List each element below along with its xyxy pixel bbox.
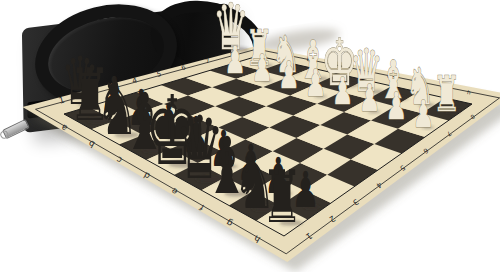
piece-black-rook-h1: ♜ xyxy=(261,155,303,240)
chess-board: aa11bb22cc33dd44ee55ff66gg77hh88♛♜♞♟♝♟♚♟… xyxy=(0,0,500,272)
label-rank-left-7: 7 xyxy=(205,57,211,65)
piece-white-pawn-e7: ♟ xyxy=(332,69,354,112)
piece-white-pawn-g7: ♟ xyxy=(386,85,408,128)
piece-white-pawn-f7: ♟ xyxy=(359,77,381,120)
chess-set-product-photo: aa11bb22cc33dd44ee55ff66gg77hh88♛♜♞♟♝♟♚♟… xyxy=(0,0,500,272)
piece-white-pawn-h7: ♟ xyxy=(412,92,434,135)
piece-white-pawn-d7: ♟ xyxy=(305,61,327,104)
piece-white-pawn-b7: ♟ xyxy=(251,46,273,89)
piece-white-pawn-c7: ♟ xyxy=(278,54,300,97)
piece-white-pawn-a7: ♟ xyxy=(224,38,246,81)
piece-white-rook-h8: ♜ xyxy=(433,66,461,123)
